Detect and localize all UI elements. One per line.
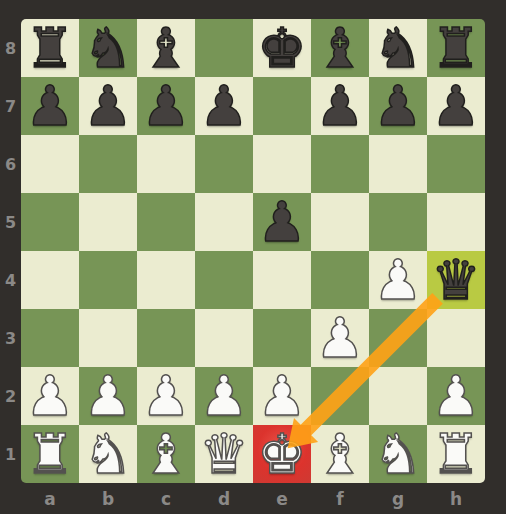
square-f6[interactable] (311, 135, 369, 193)
square-e8[interactable]: ♚ (253, 19, 311, 77)
square-d4[interactable] (195, 251, 253, 309)
piece-white-king[interactable]: ♚ (253, 425, 311, 483)
piece-black-queen[interactable]: ♛ (427, 251, 485, 309)
square-d3[interactable] (195, 309, 253, 367)
square-d2[interactable]: ♟ (195, 367, 253, 425)
square-g3[interactable] (369, 309, 427, 367)
piece-white-pawn[interactable]: ♟ (253, 367, 311, 425)
piece-white-queen[interactable]: ♛ (195, 425, 253, 483)
rank-label-5: 5 (0, 193, 21, 251)
square-d5[interactable] (195, 193, 253, 251)
square-e6[interactable] (253, 135, 311, 193)
square-a4[interactable] (21, 251, 79, 309)
square-h7[interactable]: ♟ (427, 77, 485, 135)
piece-white-knight[interactable]: ♞ (79, 425, 137, 483)
piece-black-pawn[interactable]: ♟ (21, 77, 79, 135)
square-h3[interactable] (427, 309, 485, 367)
square-f1[interactable]: ♝ (311, 425, 369, 483)
chess-board-container: 87654321 abcdefgh ♜♞♝♚♝♞♜♟♟♟♟♟♟♟♟♟♛♟♟♟♟♟… (0, 0, 506, 514)
file-label-a: a (21, 483, 79, 514)
piece-black-pawn[interactable]: ♟ (427, 77, 485, 135)
square-e2[interactable]: ♟ (253, 367, 311, 425)
square-a2[interactable]: ♟ (21, 367, 79, 425)
square-b8[interactable]: ♞ (79, 19, 137, 77)
square-a5[interactable] (21, 193, 79, 251)
square-b7[interactable]: ♟ (79, 77, 137, 135)
board[interactable]: ♜♞♝♚♝♞♜♟♟♟♟♟♟♟♟♟♛♟♟♟♟♟♟♟♜♞♝♛♚♝♞♜ (21, 19, 485, 483)
file-label-f: f (311, 483, 369, 514)
piece-white-bishop[interactable]: ♝ (137, 425, 195, 483)
piece-white-pawn[interactable]: ♟ (311, 309, 369, 367)
piece-black-king[interactable]: ♚ (253, 19, 311, 77)
square-b4[interactable] (79, 251, 137, 309)
file-label-b: b (79, 483, 137, 514)
square-f2[interactable] (311, 367, 369, 425)
square-b6[interactable] (79, 135, 137, 193)
square-c7[interactable]: ♟ (137, 77, 195, 135)
square-c5[interactable] (137, 193, 195, 251)
square-b5[interactable] (79, 193, 137, 251)
square-b3[interactable] (79, 309, 137, 367)
square-f5[interactable] (311, 193, 369, 251)
square-g6[interactable] (369, 135, 427, 193)
rank-label-8: 8 (0, 19, 21, 77)
square-e5[interactable]: ♟ (253, 193, 311, 251)
square-d8[interactable] (195, 19, 253, 77)
square-g4[interactable]: ♟ (369, 251, 427, 309)
square-h5[interactable] (427, 193, 485, 251)
square-d7[interactable]: ♟ (195, 77, 253, 135)
file-label-e: e (253, 483, 311, 514)
square-f8[interactable]: ♝ (311, 19, 369, 77)
piece-black-bishop[interactable]: ♝ (137, 19, 195, 77)
rank-labels: 87654321 (0, 19, 21, 483)
file-label-c: c (137, 483, 195, 514)
rank-label-7: 7 (0, 77, 21, 135)
square-e3[interactable] (253, 309, 311, 367)
file-label-h: h (427, 483, 485, 514)
piece-black-pawn[interactable]: ♟ (195, 77, 253, 135)
square-a8[interactable]: ♜ (21, 19, 79, 77)
rank-label-2: 2 (0, 367, 21, 425)
square-a3[interactable] (21, 309, 79, 367)
square-f3[interactable]: ♟ (311, 309, 369, 367)
piece-black-knight[interactable]: ♞ (79, 19, 137, 77)
piece-white-pawn[interactable]: ♟ (427, 367, 485, 425)
piece-black-pawn[interactable]: ♟ (253, 193, 311, 251)
square-e4[interactable] (253, 251, 311, 309)
piece-black-pawn[interactable]: ♟ (79, 77, 137, 135)
piece-black-pawn[interactable]: ♟ (369, 77, 427, 135)
piece-white-pawn[interactable]: ♟ (79, 367, 137, 425)
square-d1[interactable]: ♛ (195, 425, 253, 483)
piece-black-pawn[interactable]: ♟ (137, 77, 195, 135)
square-e1[interactable]: ♚ (253, 425, 311, 483)
file-label-g: g (369, 483, 427, 514)
piece-white-pawn[interactable]: ♟ (195, 367, 253, 425)
piece-white-pawn[interactable]: ♟ (369, 251, 427, 309)
piece-white-knight[interactable]: ♞ (369, 425, 427, 483)
square-f4[interactable] (311, 251, 369, 309)
square-c3[interactable] (137, 309, 195, 367)
square-e7[interactable] (253, 77, 311, 135)
square-g5[interactable] (369, 193, 427, 251)
square-h6[interactable] (427, 135, 485, 193)
piece-white-pawn[interactable]: ♟ (137, 367, 195, 425)
square-b2[interactable]: ♟ (79, 367, 137, 425)
square-g8[interactable]: ♞ (369, 19, 427, 77)
square-c2[interactable]: ♟ (137, 367, 195, 425)
piece-black-knight[interactable]: ♞ (369, 19, 427, 77)
square-c4[interactable] (137, 251, 195, 309)
piece-white-rook[interactable]: ♜ (427, 425, 485, 483)
square-a6[interactable] (21, 135, 79, 193)
piece-white-bishop[interactable]: ♝ (311, 425, 369, 483)
square-c8[interactable]: ♝ (137, 19, 195, 77)
square-g2[interactable] (369, 367, 427, 425)
square-c6[interactable] (137, 135, 195, 193)
rank-label-4: 4 (0, 251, 21, 309)
square-a1[interactable]: ♜ (21, 425, 79, 483)
square-h2[interactable]: ♟ (427, 367, 485, 425)
square-g1[interactable]: ♞ (369, 425, 427, 483)
piece-black-rook[interactable]: ♜ (427, 19, 485, 77)
square-h1[interactable]: ♜ (427, 425, 485, 483)
square-c1[interactable]: ♝ (137, 425, 195, 483)
piece-black-rook[interactable]: ♜ (21, 19, 79, 77)
piece-black-pawn[interactable]: ♟ (311, 77, 369, 135)
square-a7[interactable]: ♟ (21, 77, 79, 135)
square-g7[interactable]: ♟ (369, 77, 427, 135)
piece-black-bishop[interactable]: ♝ (311, 19, 369, 77)
file-labels: abcdefgh (21, 483, 485, 514)
piece-white-rook[interactable]: ♜ (21, 425, 79, 483)
rank-label-1: 1 (0, 425, 21, 483)
rank-label-6: 6 (0, 135, 21, 193)
rank-label-3: 3 (0, 309, 21, 367)
square-h8[interactable]: ♜ (427, 19, 485, 77)
square-b1[interactable]: ♞ (79, 425, 137, 483)
file-label-d: d (195, 483, 253, 514)
square-d6[interactable] (195, 135, 253, 193)
square-h4[interactable]: ♛ (427, 251, 485, 309)
piece-white-pawn[interactable]: ♟ (21, 367, 79, 425)
square-f7[interactable]: ♟ (311, 77, 369, 135)
